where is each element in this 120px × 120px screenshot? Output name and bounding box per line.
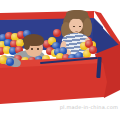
girl-fringe — [66, 10, 88, 19]
boy-eye-left — [31, 48, 33, 50]
watermark-text: pl.made-in-china.com — [60, 104, 118, 110]
girl-smile — [75, 29, 79, 32]
girl-eye-left — [73, 26, 75, 28]
girl-eye-right — [79, 26, 81, 28]
boy-hair-side — [24, 40, 30, 50]
ball-red — [0, 47, 5, 55]
boy-eye-right — [37, 48, 39, 50]
ball-pit-product-photo: pl.made-in-china.com — [0, 0, 120, 120]
